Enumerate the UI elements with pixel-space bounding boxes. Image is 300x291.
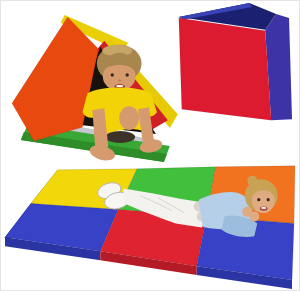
girl-right-hand bbox=[249, 212, 259, 222]
boy-under-shadow bbox=[105, 131, 135, 143]
folded-mat-red-front-panel bbox=[179, 18, 271, 120]
boy-teeth bbox=[116, 85, 123, 87]
boy-right-eye bbox=[125, 73, 128, 76]
girl-right-eye bbox=[267, 198, 270, 201]
scene-illustration bbox=[1, 1, 299, 290]
girl-left-eye bbox=[257, 198, 260, 201]
boy-nose bbox=[118, 79, 121, 81]
boy-knee bbox=[119, 106, 139, 130]
folded-upright-mat bbox=[179, 3, 292, 120]
product-photo-frame bbox=[0, 0, 300, 291]
boy-left-eye bbox=[111, 73, 114, 76]
girl-teeth bbox=[261, 207, 266, 209]
